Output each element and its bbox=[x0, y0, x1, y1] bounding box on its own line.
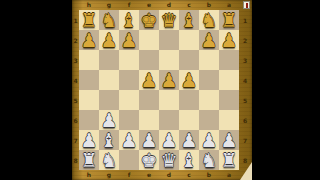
square-h5[interactable] bbox=[79, 90, 99, 110]
square-e4[interactable]: ♟ bbox=[139, 70, 159, 90]
square-b1[interactable]: ♞ bbox=[199, 10, 219, 30]
square-b7[interactable]: ♟ bbox=[199, 130, 219, 150]
file-label: g bbox=[99, 0, 119, 10]
square-d8[interactable]: ♛ bbox=[159, 150, 179, 170]
file-labels-bottom: hgfedcba bbox=[79, 170, 239, 180]
square-g3[interactable] bbox=[99, 50, 119, 70]
piece-white-pawn[interactable]: ♟ bbox=[120, 30, 137, 50]
piece-black-queen[interactable]: ♛ bbox=[160, 150, 177, 170]
piece-white-pawn[interactable]: ♟ bbox=[220, 30, 237, 50]
square-c3[interactable] bbox=[179, 50, 199, 70]
square-b2[interactable]: ♟ bbox=[199, 30, 219, 50]
file-label: a bbox=[219, 170, 239, 180]
square-a3[interactable] bbox=[219, 50, 239, 70]
rank-label: 4 bbox=[240, 70, 250, 90]
square-d6[interactable] bbox=[159, 110, 179, 130]
square-d5[interactable] bbox=[159, 90, 179, 110]
square-a4[interactable] bbox=[219, 70, 239, 90]
piece-white-pawn[interactable]: ♟ bbox=[160, 70, 177, 90]
square-d3[interactable] bbox=[159, 50, 179, 70]
piece-black-pawn[interactable]: ♟ bbox=[80, 130, 97, 150]
file-label: d bbox=[159, 170, 179, 180]
piece-white-bishop[interactable]: ♝ bbox=[180, 10, 197, 30]
red-marker-icon bbox=[246, 3, 248, 8]
piece-black-bishop[interactable]: ♝ bbox=[180, 150, 197, 170]
piece-black-rook[interactable]: ♜ bbox=[80, 150, 97, 170]
letterbox-left bbox=[0, 0, 72, 180]
piece-white-pawn[interactable]: ♟ bbox=[80, 30, 97, 50]
piece-black-pawn[interactable]: ♟ bbox=[100, 110, 117, 130]
corner-wedge bbox=[240, 162, 252, 180]
square-f4[interactable] bbox=[119, 70, 139, 90]
piece-white-pawn[interactable]: ♟ bbox=[180, 70, 197, 90]
square-c2[interactable] bbox=[179, 30, 199, 50]
piece-black-pawn[interactable]: ♟ bbox=[120, 130, 137, 150]
piece-white-pawn[interactable]: ♟ bbox=[140, 70, 157, 90]
rank-label: 5 bbox=[240, 90, 250, 110]
square-e6[interactable] bbox=[139, 110, 159, 130]
square-d1[interactable]: ♛ bbox=[159, 10, 179, 30]
letterbox-right bbox=[252, 0, 320, 180]
square-h6[interactable] bbox=[79, 110, 99, 130]
file-label: e bbox=[139, 170, 159, 180]
piece-white-knight[interactable]: ♞ bbox=[200, 10, 217, 30]
piece-black-knight[interactable]: ♞ bbox=[100, 150, 117, 170]
rank-label: 1 bbox=[72, 10, 79, 30]
square-f5[interactable] bbox=[119, 90, 139, 110]
square-a7[interactable]: ♟ bbox=[219, 130, 239, 150]
file-label: b bbox=[199, 0, 219, 10]
piece-white-pawn[interactable]: ♟ bbox=[200, 30, 217, 50]
file-label: h bbox=[79, 170, 99, 180]
piece-white-knight[interactable]: ♞ bbox=[100, 10, 117, 30]
square-b5[interactable] bbox=[199, 90, 219, 110]
piece-black-pawn[interactable]: ♟ bbox=[160, 130, 177, 150]
file-label: e bbox=[139, 0, 159, 10]
piece-white-queen[interactable]: ♛ bbox=[160, 10, 177, 30]
square-g1[interactable]: ♞ bbox=[99, 10, 119, 30]
piece-white-bishop[interactable]: ♝ bbox=[120, 10, 137, 30]
rank-label: 1 bbox=[240, 10, 250, 30]
chess-app-window: hgfedcba hgfedcba 12345678 12345678 ♜♞♝♚… bbox=[0, 0, 320, 180]
square-h1[interactable]: ♜ bbox=[79, 10, 99, 30]
rank-label: 2 bbox=[240, 30, 250, 50]
square-h3[interactable] bbox=[79, 50, 99, 70]
piece-black-pawn[interactable]: ♟ bbox=[220, 130, 237, 150]
file-label: b bbox=[199, 170, 219, 180]
square-d2[interactable] bbox=[159, 30, 179, 50]
piece-black-bishop[interactable]: ♝ bbox=[100, 130, 117, 150]
square-c4[interactable]: ♟ bbox=[179, 70, 199, 90]
square-f2[interactable]: ♟ bbox=[119, 30, 139, 50]
rank-label: 4 bbox=[72, 70, 79, 90]
square-f6[interactable] bbox=[119, 110, 139, 130]
square-e2[interactable] bbox=[139, 30, 159, 50]
square-a2[interactable]: ♟ bbox=[219, 30, 239, 50]
square-g2[interactable]: ♟ bbox=[99, 30, 119, 50]
square-a8[interactable]: ♜ bbox=[219, 150, 239, 170]
square-b4[interactable] bbox=[199, 70, 219, 90]
piece-black-king[interactable]: ♚ bbox=[140, 150, 157, 170]
square-f1[interactable]: ♝ bbox=[119, 10, 139, 30]
file-label: f bbox=[119, 0, 139, 10]
piece-black-rook[interactable]: ♜ bbox=[220, 150, 237, 170]
rank-label: 3 bbox=[72, 50, 79, 70]
file-label: h bbox=[79, 0, 99, 10]
file-label: c bbox=[179, 0, 199, 10]
square-c1[interactable]: ♝ bbox=[179, 10, 199, 30]
square-b6[interactable] bbox=[199, 110, 219, 130]
board-grid: ♜♞♝♚♛♝♞♜♟♟♟♟♟♟♟♟♟♟♝♟♟♟♟♟♟♜♞♚♛♝♞♜ bbox=[79, 10, 239, 170]
square-g4[interactable] bbox=[99, 70, 119, 90]
square-c8[interactable]: ♝ bbox=[179, 150, 199, 170]
square-h7[interactable]: ♟ bbox=[79, 130, 99, 150]
file-label: c bbox=[179, 170, 199, 180]
square-a6[interactable] bbox=[219, 110, 239, 130]
rank-label: 6 bbox=[240, 110, 250, 130]
square-f3[interactable] bbox=[119, 50, 139, 70]
rank-labels-left: 12345678 bbox=[72, 10, 79, 170]
square-a5[interactable] bbox=[219, 90, 239, 110]
square-d4[interactable]: ♟ bbox=[159, 70, 179, 90]
square-e7[interactable]: ♟ bbox=[139, 130, 159, 150]
square-h4[interactable] bbox=[79, 70, 99, 90]
rank-label: 7 bbox=[240, 130, 250, 150]
square-h2[interactable]: ♟ bbox=[79, 30, 99, 50]
corner-button[interactable] bbox=[243, 1, 250, 9]
square-e1[interactable]: ♚ bbox=[139, 10, 159, 30]
file-labels-top: hgfedcba bbox=[79, 0, 239, 10]
square-c5[interactable] bbox=[179, 90, 199, 110]
square-e3[interactable] bbox=[139, 50, 159, 70]
square-g5[interactable] bbox=[99, 90, 119, 110]
piece-black-pawn[interactable]: ♟ bbox=[180, 130, 197, 150]
piece-black-pawn[interactable]: ♟ bbox=[140, 130, 157, 150]
file-label: a bbox=[219, 0, 239, 10]
piece-white-rook[interactable]: ♜ bbox=[220, 10, 237, 30]
rank-labels-right: 12345678 bbox=[240, 10, 250, 170]
square-h8[interactable]: ♜ bbox=[79, 150, 99, 170]
file-label: g bbox=[99, 170, 119, 180]
square-d7[interactable]: ♟ bbox=[159, 130, 179, 150]
rank-label: 2 bbox=[72, 30, 79, 50]
file-label: f bbox=[119, 170, 139, 180]
square-f7[interactable]: ♟ bbox=[119, 130, 139, 150]
rank-label: 6 bbox=[72, 110, 79, 130]
rank-label: 3 bbox=[240, 50, 250, 70]
square-e8[interactable]: ♚ bbox=[139, 150, 159, 170]
square-e5[interactable] bbox=[139, 90, 159, 110]
square-b8[interactable]: ♞ bbox=[199, 150, 219, 170]
piece-white-king[interactable]: ♚ bbox=[140, 10, 157, 30]
piece-black-knight[interactable]: ♞ bbox=[200, 150, 217, 170]
square-c6[interactable] bbox=[179, 110, 199, 130]
rank-label: 8 bbox=[72, 150, 79, 170]
square-g7[interactable]: ♝ bbox=[99, 130, 119, 150]
square-g8[interactable]: ♞ bbox=[99, 150, 119, 170]
file-label: d bbox=[159, 0, 179, 10]
piece-white-pawn[interactable]: ♟ bbox=[100, 30, 117, 50]
rank-label: 5 bbox=[72, 90, 79, 110]
piece-black-pawn[interactable]: ♟ bbox=[200, 130, 217, 150]
board-frame: hgfedcba hgfedcba 12345678 12345678 ♜♞♝♚… bbox=[72, 0, 252, 180]
square-a1[interactable]: ♜ bbox=[219, 10, 239, 30]
piece-white-rook[interactable]: ♜ bbox=[80, 10, 97, 30]
square-f8[interactable] bbox=[119, 150, 139, 170]
square-b3[interactable] bbox=[199, 50, 219, 70]
square-g6[interactable]: ♟ bbox=[99, 110, 119, 130]
rank-label: 7 bbox=[72, 130, 79, 150]
square-c7[interactable]: ♟ bbox=[179, 130, 199, 150]
